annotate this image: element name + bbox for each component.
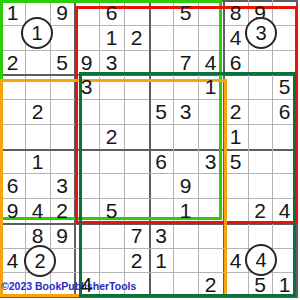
cell-r6c4[interactable]	[74, 124, 99, 149]
cell-r9c4[interactable]	[74, 198, 99, 223]
cell-r1c7[interactable]	[149, 0, 173, 25]
cell-r3c4[interactable]: 9	[74, 50, 99, 74]
cell-r6c6[interactable]	[124, 124, 149, 149]
cell-r5c2[interactable]: 2	[25, 99, 50, 124]
cell-r9c5[interactable]: 5	[99, 198, 124, 223]
cell-r9c1[interactable]: 9	[0, 198, 25, 223]
cell-r6c5[interactable]: 2	[99, 124, 124, 149]
cell-r7c3[interactable]	[50, 149, 74, 173]
cell-r5c12[interactable]: 6	[272, 99, 297, 124]
cell-r8c3[interactable]: 3	[50, 173, 74, 198]
cell-r8c1[interactable]: 6	[0, 173, 25, 198]
cell-r11c9[interactable]	[198, 248, 223, 272]
puzzle-label-3: 3	[245, 17, 277, 49]
cell-r3c7[interactable]	[149, 50, 173, 74]
cell-r1c4[interactable]	[74, 0, 99, 25]
cell-r3c10[interactable]: 6	[223, 50, 248, 74]
cell-r3c8[interactable]: 7	[173, 50, 198, 74]
cell-r6c7[interactable]	[149, 124, 173, 149]
cell-r12c10[interactable]	[223, 272, 248, 297]
puzzle-label-4: 4	[245, 244, 277, 276]
cell-r7c12[interactable]	[272, 149, 297, 173]
cell-r12c9[interactable]: 2	[198, 272, 223, 297]
cell-r9c3[interactable]: 2	[50, 198, 74, 223]
cell-r10c3[interactable]: 9	[50, 223, 74, 248]
cell-r7c11[interactable]	[248, 149, 272, 173]
cell-r6c10[interactable]: 1	[223, 124, 248, 149]
cell-r8c5[interactable]	[99, 173, 124, 198]
cell-r5c6[interactable]	[124, 99, 149, 124]
cell-r5c7[interactable]: 5	[149, 99, 173, 124]
cell-r9c11[interactable]: 2	[248, 198, 272, 223]
cell-r12c12[interactable]: 1	[272, 272, 297, 297]
book-page: 1965891242593746315253262116356399425124…	[0, 0, 300, 300]
cell-r1c1[interactable]: 1	[0, 0, 25, 25]
cell-r12c5[interactable]	[99, 272, 124, 297]
cell-r10c5[interactable]	[99, 223, 124, 248]
cell-r4c3[interactable]	[50, 74, 74, 99]
cell-r6c9[interactable]	[198, 124, 223, 149]
cell-r1c5[interactable]: 6	[99, 0, 124, 25]
cell-r10c6[interactable]: 7	[124, 223, 149, 248]
cell-r8c2[interactable]	[25, 173, 50, 198]
cell-r2c5[interactable]: 1	[99, 25, 124, 50]
cell-r4c12[interactable]: 5	[272, 74, 297, 99]
cell-r6c3[interactable]	[50, 124, 74, 149]
cell-r2c8[interactable]	[173, 25, 198, 50]
cell-r8c12[interactable]	[272, 173, 297, 198]
cell-r7c6[interactable]	[124, 149, 149, 173]
cell-r5c3[interactable]	[50, 99, 74, 124]
cell-r10c12[interactable]	[272, 223, 297, 248]
cell-r2c3[interactable]	[50, 25, 74, 50]
cell-r8c10[interactable]	[223, 173, 248, 198]
cell-r3c1[interactable]: 2	[0, 50, 25, 74]
cell-r4c11[interactable]	[248, 74, 272, 99]
cell-r10c1[interactable]	[0, 223, 25, 248]
cell-r3c11[interactable]	[248, 50, 272, 74]
cell-r4c5[interactable]	[99, 74, 124, 99]
cell-r12c4[interactable]: 4	[74, 272, 99, 297]
cell-r10c7[interactable]: 3	[149, 223, 173, 248]
cell-r6c8[interactable]	[173, 124, 198, 149]
cell-r5c8[interactable]: 3	[173, 99, 198, 124]
cell-r4c1[interactable]	[0, 74, 25, 99]
cell-r9c6[interactable]	[124, 198, 149, 223]
cell-r5c9[interactable]	[198, 99, 223, 124]
cell-r4c2[interactable]	[25, 74, 50, 99]
cell-r8c6[interactable]	[124, 173, 149, 198]
cell-r8c4[interactable]	[74, 173, 99, 198]
cell-r6c11[interactable]	[248, 124, 272, 149]
cell-r4c9[interactable]: 1	[198, 74, 223, 99]
cell-r7c8[interactable]	[173, 149, 198, 173]
cell-r7c7[interactable]: 6	[149, 149, 173, 173]
cell-r6c12[interactable]	[272, 124, 297, 149]
cell-r9c9[interactable]	[198, 198, 223, 223]
cell-r5c5[interactable]	[99, 99, 124, 124]
cell-r3c12[interactable]	[272, 50, 297, 74]
cell-r3c9[interactable]: 4	[198, 50, 223, 74]
cell-r5c1[interactable]	[0, 99, 25, 124]
cell-r12c6[interactable]	[124, 272, 149, 297]
cell-r1c8[interactable]: 5	[173, 0, 198, 25]
cell-r1c12[interactable]	[272, 0, 297, 25]
cell-r11c1[interactable]: 4	[0, 248, 25, 272]
cell-r2c6[interactable]: 2	[124, 25, 149, 50]
cell-r4c4[interactable]: 3	[74, 74, 99, 99]
cell-r7c1[interactable]	[0, 149, 25, 173]
cell-r12c3[interactable]	[50, 272, 74, 297]
cell-r1c6[interactable]	[124, 0, 149, 25]
cell-r4c7[interactable]	[149, 74, 173, 99]
cell-r4c8[interactable]	[173, 74, 198, 99]
cell-r1c3[interactable]: 9	[50, 0, 74, 25]
cell-r6c2[interactable]	[25, 124, 50, 149]
cell-r5c10[interactable]: 2	[223, 99, 248, 124]
cell-r2c10[interactable]: 4	[223, 25, 248, 50]
cell-r7c5[interactable]	[99, 149, 124, 173]
cell-r10c10[interactable]	[223, 223, 248, 248]
cell-r11c6[interactable]: 2	[124, 248, 149, 272]
cell-r12c7[interactable]	[149, 272, 173, 297]
cell-r2c4[interactable]	[74, 25, 99, 50]
cell-r6c1[interactable]	[0, 124, 25, 149]
cell-r10c9[interactable]	[198, 223, 223, 248]
cell-r11c5[interactable]	[99, 248, 124, 272]
cell-r8c7[interactable]	[149, 173, 173, 198]
cell-r7c4[interactable]	[74, 149, 99, 173]
cell-r9c8[interactable]: 1	[173, 198, 198, 223]
cell-r1c10[interactable]: 8	[223, 0, 248, 25]
cell-r11c4[interactable]	[74, 248, 99, 272]
cell-r5c4[interactable]	[74, 99, 99, 124]
cell-r9c2[interactable]: 4	[25, 198, 50, 223]
cell-r8c8[interactable]: 9	[173, 173, 198, 198]
cell-r10c4[interactable]	[74, 223, 99, 248]
cell-r8c9[interactable]	[198, 173, 223, 198]
puzzle-label-1: 1	[21, 17, 53, 49]
cell-r4c10[interactable]	[223, 74, 248, 99]
cell-r9c12[interactable]: 4	[272, 198, 297, 223]
cell-r3c2[interactable]	[25, 50, 50, 74]
cell-r2c9[interactable]	[198, 25, 223, 50]
puzzle-label-2: 2	[24, 245, 56, 277]
cell-r5c11[interactable]	[248, 99, 272, 124]
cell-r1c9[interactable]	[198, 0, 223, 25]
cell-r11c7[interactable]: 1	[149, 248, 173, 272]
cell-r10c8[interactable]	[173, 223, 198, 248]
cell-r12c1[interactable]	[0, 272, 25, 297]
cell-r11c8[interactable]	[173, 248, 198, 272]
cell-r3c5[interactable]: 3	[99, 50, 124, 74]
cell-r8c11[interactable]	[248, 173, 272, 198]
cell-r9c10[interactable]	[223, 198, 248, 223]
cell-r3c6[interactable]	[124, 50, 149, 74]
cell-r2c7[interactable]	[149, 25, 173, 50]
cell-r3c3[interactable]: 5	[50, 50, 74, 74]
cell-r4c6[interactable]	[124, 74, 149, 99]
cell-r7c10[interactable]: 5	[223, 149, 248, 173]
cell-r7c9[interactable]: 3	[198, 149, 223, 173]
cell-r9c7[interactable]	[149, 198, 173, 223]
cell-r12c8[interactable]	[173, 272, 198, 297]
cell-r7c2[interactable]: 1	[25, 149, 50, 173]
